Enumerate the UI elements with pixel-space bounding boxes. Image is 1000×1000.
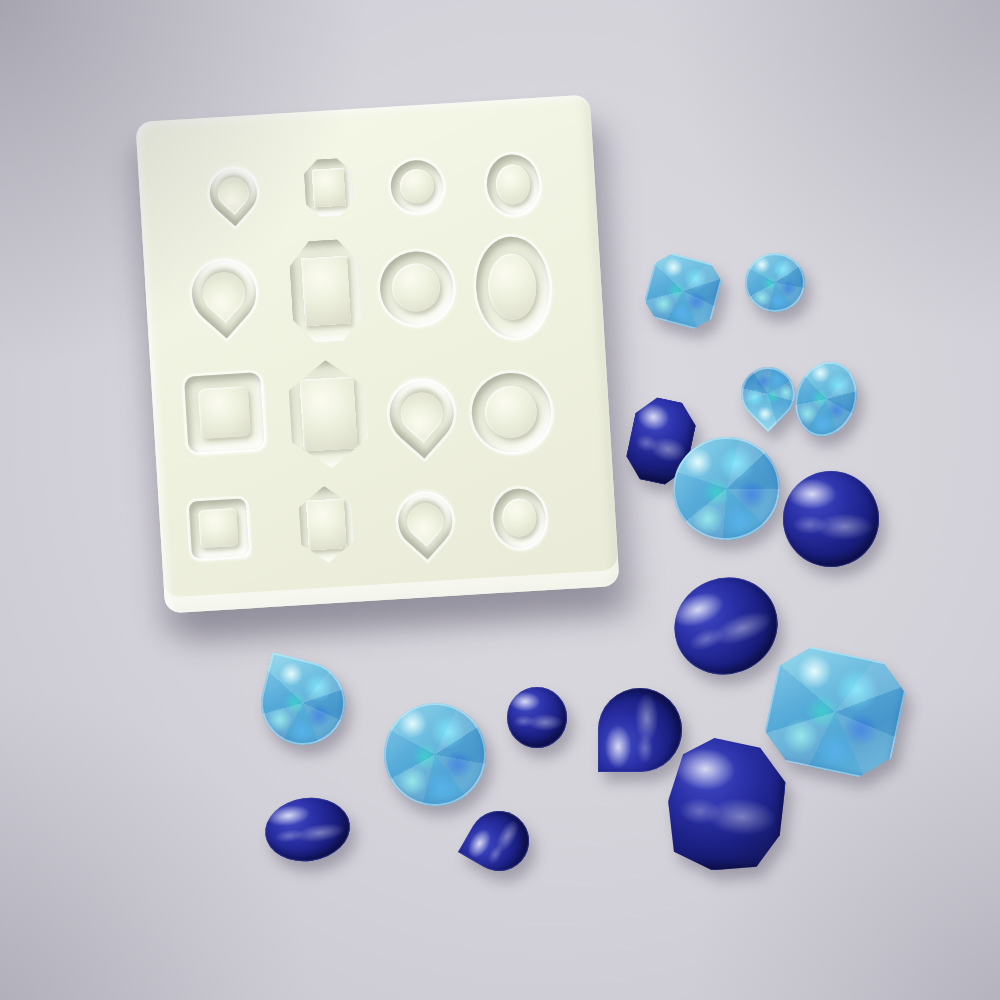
gem-navy-oval-large [674, 578, 778, 674]
gem-aqua-pear-small [741, 367, 795, 421]
gem-aqua-oval-small [796, 361, 856, 437]
gem-aqua-cushion-small [648, 257, 718, 325]
gem-aqua-round-large [384, 703, 486, 806]
gem-navy-round-cabochon-large [783, 471, 879, 567]
gem-navy-oval-small [265, 798, 350, 861]
cavity-round-large [469, 370, 553, 454]
gem-body-aqua-round-large [384, 703, 486, 806]
cavity-round-small-b [492, 487, 548, 549]
gem-body-aqua-cushion-small [640, 249, 725, 333]
gem-aqua-oval-large [673, 437, 780, 540]
gem-body-navy-freeform-large [664, 735, 789, 875]
cavity-faceted-pear-small [387, 483, 463, 559]
cavity-dome-round [377, 249, 454, 326]
gem-aqua-pear-large [261, 661, 345, 745]
photo-stage [0, 0, 1000, 1000]
gem-navy-pear-small [469, 811, 529, 871]
cavity-faceted-pear-large [377, 368, 467, 458]
gem-body-aqua-pear-large [252, 652, 354, 754]
gem-body-aqua-pear-small [730, 356, 806, 432]
cavity-square-small [188, 498, 248, 558]
gem-aqua-cushion-large [770, 653, 900, 771]
cavity-octagon-large [288, 238, 364, 344]
gem-navy-round-small [507, 687, 567, 748]
gem-body-navy-oval-small [261, 792, 354, 866]
gem-aqua-round-small [745, 253, 805, 312]
gem-navy-freeform-large [668, 739, 784, 871]
cavity-faceted-oval-small [296, 484, 358, 564]
cavity-round-small [389, 159, 444, 214]
cavity-pear-small-a [200, 159, 266, 225]
cavity-pear-large-a [179, 248, 269, 338]
gem-body-navy-round-small [507, 687, 567, 748]
cavity-oval-large [473, 234, 552, 339]
cavity-faceted-oval-large [284, 358, 373, 471]
gem-body-aqua-oval-small [786, 354, 867, 445]
cavity-oval-small [485, 153, 541, 216]
silicone-mold [135, 95, 619, 614]
gem-body-navy-pear-small [458, 800, 540, 882]
gem-body-navy-round-cabochon-large [783, 471, 879, 567]
cavity-square-large [184, 372, 264, 452]
gem-body-aqua-round-small [745, 253, 805, 312]
gem-body-aqua-oval-large [664, 428, 787, 548]
cavity-octagon-small [303, 157, 354, 218]
